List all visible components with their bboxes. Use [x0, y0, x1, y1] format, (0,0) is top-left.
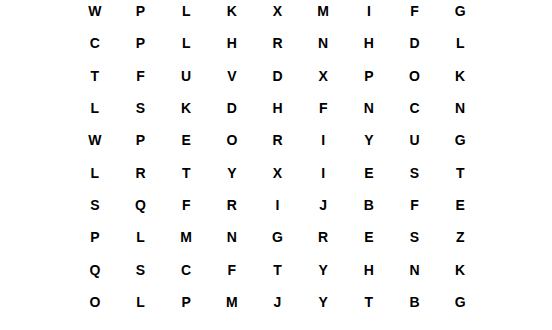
grid-cell-r4c4[interactable]: D [209, 92, 255, 124]
grid-cell-r6c4[interactable]: Y [209, 156, 255, 188]
grid-cell-r3c1[interactable]: T [72, 60, 118, 92]
grid-cell-r9c6[interactable]: Y [300, 253, 346, 285]
grid-cell-r8c2[interactable]: L [118, 221, 164, 253]
grid-cell-r1c6[interactable]: M [300, 0, 346, 27]
grid-cell-r4c9[interactable]: N [437, 92, 483, 124]
grid-cell-r9c5[interactable]: T [255, 253, 301, 285]
grid-cell-r3c5[interactable]: D [255, 60, 301, 92]
grid-cell-r2c7[interactable]: H [346, 27, 392, 59]
grid-cell-r5c6[interactable]: I [300, 124, 346, 156]
grid-cell-r8c3[interactable]: M [163, 221, 209, 253]
grid-cell-r6c5[interactable]: X [255, 156, 301, 188]
grid-cell-r1c9[interactable]: G [437, 0, 483, 27]
grid-cell-r4c1[interactable]: L [72, 92, 118, 124]
grid-cell-r3c8[interactable]: O [392, 60, 438, 92]
grid-cell-r9c2[interactable]: S [118, 253, 164, 285]
grid-cell-r4c8[interactable]: C [392, 92, 438, 124]
grid-cell-r5c2[interactable]: P [118, 124, 164, 156]
word-search-page: WPLKXMIFGCPLHRNHDLTFUVDXPOKLSKDHFNCNWPEO… [0, 0, 552, 330]
grid-cell-r4c2[interactable]: S [118, 92, 164, 124]
grid-cell-r1c2[interactable]: P [118, 0, 164, 27]
grid-cell-r10c5[interactable]: J [255, 286, 301, 318]
grid-cell-r8c1[interactable]: P [72, 221, 118, 253]
grid-cell-r7c7[interactable]: B [346, 189, 392, 221]
grid-cell-r3c2[interactable]: F [118, 60, 164, 92]
grid-cell-r10c4[interactable]: M [209, 286, 255, 318]
grid-cell-r5c1[interactable]: W [72, 124, 118, 156]
grid-cell-r1c3[interactable]: L [163, 0, 209, 27]
grid-cell-r7c6[interactable]: J [300, 189, 346, 221]
grid-cell-r7c2[interactable]: Q [118, 189, 164, 221]
grid-cell-r2c2[interactable]: P [118, 27, 164, 59]
grid-cell-r8c8[interactable]: S [392, 221, 438, 253]
grid-cell-r7c8[interactable]: F [392, 189, 438, 221]
grid-cell-r4c5[interactable]: H [255, 92, 301, 124]
grid-cell-r8c6[interactable]: R [300, 221, 346, 253]
grid-cell-r3c7[interactable]: P [346, 60, 392, 92]
grid-cell-r3c3[interactable]: U [163, 60, 209, 92]
grid-cell-r10c6[interactable]: Y [300, 286, 346, 318]
grid-cell-r10c7[interactable]: T [346, 286, 392, 318]
grid-cell-r10c9[interactable]: G [437, 286, 483, 318]
grid-cell-r9c8[interactable]: N [392, 253, 438, 285]
grid-cell-r8c9[interactable]: Z [437, 221, 483, 253]
grid-cell-r9c9[interactable]: K [437, 253, 483, 285]
grid-cell-r1c4[interactable]: K [209, 0, 255, 27]
grid-cell-r1c7[interactable]: I [346, 0, 392, 27]
grid-cell-r10c8[interactable]: B [392, 286, 438, 318]
grid-cell-r8c7[interactable]: E [346, 221, 392, 253]
grid-cell-r5c9[interactable]: G [437, 124, 483, 156]
grid-cell-r4c3[interactable]: K [163, 92, 209, 124]
grid-cell-r9c4[interactable]: F [209, 253, 255, 285]
grid-cell-r5c3[interactable]: E [163, 124, 209, 156]
grid-cell-r6c2[interactable]: R [118, 156, 164, 188]
grid-cell-r1c5[interactable]: X [255, 0, 301, 27]
grid-cell-r10c3[interactable]: P [163, 286, 209, 318]
grid-cell-r2c3[interactable]: L [163, 27, 209, 59]
grid-cell-r5c8[interactable]: U [392, 124, 438, 156]
grid-cell-r6c3[interactable]: T [163, 156, 209, 188]
grid-cell-r9c7[interactable]: H [346, 253, 392, 285]
grid-cell-r2c4[interactable]: H [209, 27, 255, 59]
grid-cell-r7c1[interactable]: S [72, 189, 118, 221]
grid-cell-r3c9[interactable]: K [437, 60, 483, 92]
grid-cell-r4c6[interactable]: F [300, 92, 346, 124]
grid-cell-r6c1[interactable]: L [72, 156, 118, 188]
grid-cell-r2c5[interactable]: R [255, 27, 301, 59]
grid-cell-r9c3[interactable]: C [163, 253, 209, 285]
grid-cell-r4c7[interactable]: N [346, 92, 392, 124]
grid-cell-r5c5[interactable]: R [255, 124, 301, 156]
grid-cell-r6c7[interactable]: E [346, 156, 392, 188]
grid-cell-r6c8[interactable]: S [392, 156, 438, 188]
grid-cell-r10c1[interactable]: O [72, 286, 118, 318]
grid-cell-r5c7[interactable]: Y [346, 124, 392, 156]
grid-cell-r3c4[interactable]: V [209, 60, 255, 92]
grid-cell-r8c5[interactable]: G [255, 221, 301, 253]
grid-cell-r7c9[interactable]: E [437, 189, 483, 221]
grid-cell-r2c9[interactable]: L [437, 27, 483, 59]
grid-cell-r3c6[interactable]: X [300, 60, 346, 92]
word-search-grid: WPLKXMIFGCPLHRNHDLTFUVDXPOKLSKDHFNCNWPEO… [72, 0, 483, 318]
grid-cell-r7c4[interactable]: R [209, 189, 255, 221]
grid-cell-r6c6[interactable]: I [300, 156, 346, 188]
grid-cell-r1c1[interactable]: W [72, 0, 118, 27]
grid-cell-r6c9[interactable]: T [437, 156, 483, 188]
grid-cell-r2c8[interactable]: D [392, 27, 438, 59]
grid-cell-r5c4[interactable]: O [209, 124, 255, 156]
grid-cell-r7c3[interactable]: F [163, 189, 209, 221]
grid-cell-r10c2[interactable]: L [118, 286, 164, 318]
grid-cell-r7c5[interactable]: I [255, 189, 301, 221]
grid-cell-r1c8[interactable]: F [392, 0, 438, 27]
grid-cell-r2c1[interactable]: C [72, 27, 118, 59]
grid-cell-r9c1[interactable]: Q [72, 253, 118, 285]
grid-cell-r2c6[interactable]: N [300, 27, 346, 59]
grid-cell-r8c4[interactable]: N [209, 221, 255, 253]
